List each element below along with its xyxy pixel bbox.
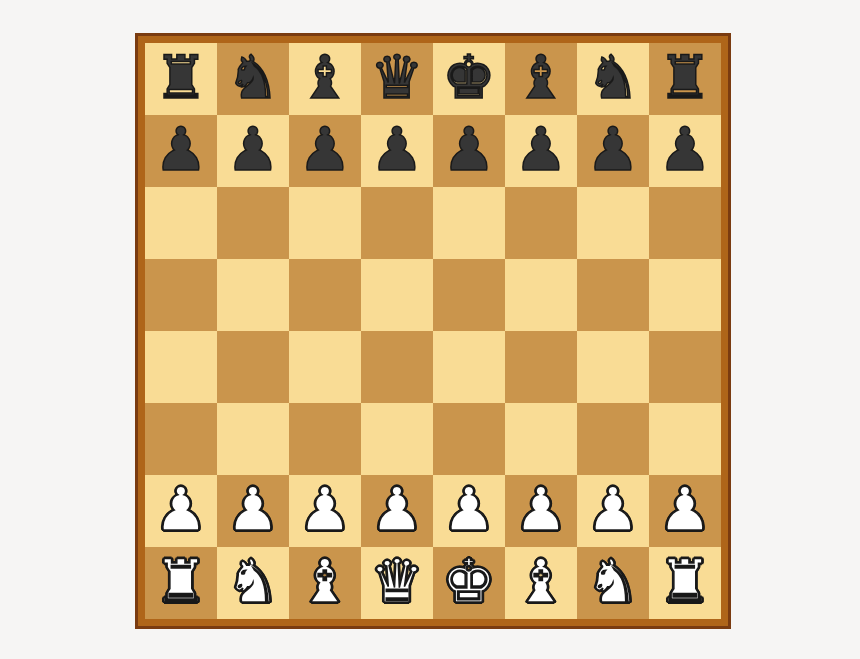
chess-board: ♜♞♝♛♚♝♞♜♟♟♟♟♟♟♟♟♟♟♟♟♟♟♟♟♜♞♝♛♚♝♞♜ xyxy=(145,43,721,619)
square-d3[interactable] xyxy=(361,403,433,475)
square-f6[interactable] xyxy=(505,187,577,259)
piece-black-pawn[interactable]: ♟ xyxy=(658,113,712,185)
piece-black-queen[interactable]: ♛ xyxy=(370,41,424,113)
square-d8[interactable]: ♛ xyxy=(361,43,433,115)
square-a5[interactable] xyxy=(145,259,217,331)
square-e6[interactable] xyxy=(433,187,505,259)
square-a1[interactable]: ♜ xyxy=(145,547,217,619)
piece-black-pawn[interactable]: ♟ xyxy=(154,113,208,185)
square-e3[interactable] xyxy=(433,403,505,475)
piece-white-rook[interactable]: ♜ xyxy=(658,545,712,617)
square-a2[interactable]: ♟ xyxy=(145,475,217,547)
square-h4[interactable] xyxy=(649,331,721,403)
piece-black-pawn[interactable]: ♟ xyxy=(514,113,568,185)
square-a6[interactable] xyxy=(145,187,217,259)
square-h1[interactable]: ♜ xyxy=(649,547,721,619)
square-f8[interactable]: ♝ xyxy=(505,43,577,115)
piece-white-pawn[interactable]: ♟ xyxy=(298,473,352,545)
square-e8[interactable]: ♚ xyxy=(433,43,505,115)
square-f3[interactable] xyxy=(505,403,577,475)
piece-white-rook[interactable]: ♜ xyxy=(154,545,208,617)
piece-black-king[interactable]: ♚ xyxy=(442,41,496,113)
square-e4[interactable] xyxy=(433,331,505,403)
square-h6[interactable] xyxy=(649,187,721,259)
square-c5[interactable] xyxy=(289,259,361,331)
piece-white-pawn[interactable]: ♟ xyxy=(226,473,280,545)
square-d1[interactable]: ♛ xyxy=(361,547,433,619)
square-b3[interactable] xyxy=(217,403,289,475)
square-g7[interactable]: ♟ xyxy=(577,115,649,187)
piece-black-pawn[interactable]: ♟ xyxy=(226,113,280,185)
piece-white-bishop[interactable]: ♝ xyxy=(514,545,568,617)
square-c8[interactable]: ♝ xyxy=(289,43,361,115)
piece-black-knight[interactable]: ♞ xyxy=(226,41,280,113)
piece-black-pawn[interactable]: ♟ xyxy=(370,113,424,185)
square-f2[interactable]: ♟ xyxy=(505,475,577,547)
square-g8[interactable]: ♞ xyxy=(577,43,649,115)
square-a8[interactable]: ♜ xyxy=(145,43,217,115)
square-f5[interactable] xyxy=(505,259,577,331)
square-b5[interactable] xyxy=(217,259,289,331)
piece-white-pawn[interactable]: ♟ xyxy=(442,473,496,545)
square-a7[interactable]: ♟ xyxy=(145,115,217,187)
piece-white-pawn[interactable]: ♟ xyxy=(514,473,568,545)
square-h8[interactable]: ♜ xyxy=(649,43,721,115)
piece-black-pawn[interactable]: ♟ xyxy=(586,113,640,185)
square-d5[interactable] xyxy=(361,259,433,331)
square-e1[interactable]: ♚ xyxy=(433,547,505,619)
square-b7[interactable]: ♟ xyxy=(217,115,289,187)
square-g4[interactable] xyxy=(577,331,649,403)
square-g3[interactable] xyxy=(577,403,649,475)
square-c7[interactable]: ♟ xyxy=(289,115,361,187)
square-h7[interactable]: ♟ xyxy=(649,115,721,187)
square-a4[interactable] xyxy=(145,331,217,403)
square-h2[interactable]: ♟ xyxy=(649,475,721,547)
square-c4[interactable] xyxy=(289,331,361,403)
piece-white-queen[interactable]: ♛ xyxy=(370,545,424,617)
square-b1[interactable]: ♞ xyxy=(217,547,289,619)
square-d7[interactable]: ♟ xyxy=(361,115,433,187)
square-g2[interactable]: ♟ xyxy=(577,475,649,547)
piece-black-bishop[interactable]: ♝ xyxy=(514,41,568,113)
piece-black-rook[interactable]: ♜ xyxy=(658,41,712,113)
piece-black-pawn[interactable]: ♟ xyxy=(442,113,496,185)
square-c3[interactable] xyxy=(289,403,361,475)
square-a3[interactable] xyxy=(145,403,217,475)
square-b2[interactable]: ♟ xyxy=(217,475,289,547)
square-c6[interactable] xyxy=(289,187,361,259)
piece-white-pawn[interactable]: ♟ xyxy=(370,473,424,545)
piece-black-bishop[interactable]: ♝ xyxy=(298,41,352,113)
square-b6[interactable] xyxy=(217,187,289,259)
piece-white-king[interactable]: ♚ xyxy=(442,545,496,617)
piece-black-pawn[interactable]: ♟ xyxy=(298,113,352,185)
square-e5[interactable] xyxy=(433,259,505,331)
square-b8[interactable]: ♞ xyxy=(217,43,289,115)
piece-white-pawn[interactable]: ♟ xyxy=(658,473,712,545)
piece-black-knight[interactable]: ♞ xyxy=(586,41,640,113)
piece-white-pawn[interactable]: ♟ xyxy=(586,473,640,545)
chess-board-frame: ♜♞♝♛♚♝♞♜♟♟♟♟♟♟♟♟♟♟♟♟♟♟♟♟♜♞♝♛♚♝♞♜ xyxy=(138,36,728,626)
piece-white-knight[interactable]: ♞ xyxy=(586,545,640,617)
square-d6[interactable] xyxy=(361,187,433,259)
square-g5[interactable] xyxy=(577,259,649,331)
square-e7[interactable]: ♟ xyxy=(433,115,505,187)
square-d2[interactable]: ♟ xyxy=(361,475,433,547)
piece-white-pawn[interactable]: ♟ xyxy=(154,473,208,545)
square-f7[interactable]: ♟ xyxy=(505,115,577,187)
square-e2[interactable]: ♟ xyxy=(433,475,505,547)
square-b4[interactable] xyxy=(217,331,289,403)
square-g1[interactable]: ♞ xyxy=(577,547,649,619)
square-c1[interactable]: ♝ xyxy=(289,547,361,619)
piece-white-knight[interactable]: ♞ xyxy=(226,545,280,617)
square-h3[interactable] xyxy=(649,403,721,475)
square-c2[interactable]: ♟ xyxy=(289,475,361,547)
piece-black-rook[interactable]: ♜ xyxy=(154,41,208,113)
piece-white-bishop[interactable]: ♝ xyxy=(298,545,352,617)
square-h5[interactable] xyxy=(649,259,721,331)
page: ♜♞♝♛♚♝♞♜♟♟♟♟♟♟♟♟♟♟♟♟♟♟♟♟♜♞♝♛♚♝♞♜ xyxy=(0,0,860,659)
square-f1[interactable]: ♝ xyxy=(505,547,577,619)
square-f4[interactable] xyxy=(505,331,577,403)
square-g6[interactable] xyxy=(577,187,649,259)
square-d4[interactable] xyxy=(361,331,433,403)
